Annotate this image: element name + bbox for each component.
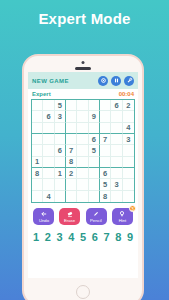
difficulty-label: Expert bbox=[32, 91, 51, 97]
phone-screen: NEW GAME Expert 00:04 562639467367518812… bbox=[28, 72, 138, 278]
cell-r8c6[interactable] bbox=[89, 179, 100, 190]
cell-r1c4[interactable] bbox=[66, 100, 77, 111]
cell-r2c2[interactable]: 6 bbox=[43, 111, 54, 122]
undo-button[interactable]: Undo bbox=[33, 208, 54, 225]
cell-r8c5[interactable] bbox=[77, 179, 88, 190]
cell-r8c7[interactable]: 5 bbox=[100, 179, 111, 190]
cell-r3c2[interactable] bbox=[43, 123, 54, 134]
cell-r8c9[interactable] bbox=[123, 179, 134, 190]
number-key-4[interactable]: 4 bbox=[68, 231, 74, 243]
cell-r9c4[interactable] bbox=[66, 191, 77, 202]
cell-r6c8[interactable] bbox=[111, 157, 122, 168]
cell-r6c1[interactable]: 1 bbox=[32, 157, 43, 168]
number-key-6[interactable]: 6 bbox=[92, 231, 98, 243]
cell-r3c8[interactable] bbox=[111, 123, 122, 134]
cell-r7c6[interactable] bbox=[89, 168, 100, 179]
app-header: NEW GAME bbox=[28, 72, 138, 89]
cell-r3c6[interactable] bbox=[89, 123, 100, 134]
cell-r8c8[interactable]: 3 bbox=[111, 179, 122, 190]
cell-r5c8[interactable] bbox=[111, 145, 122, 156]
cell-r4c5[interactable] bbox=[77, 134, 88, 145]
number-key-7[interactable]: 7 bbox=[103, 231, 109, 243]
settings-button[interactable] bbox=[98, 76, 108, 86]
action-label: Erase bbox=[64, 218, 75, 222]
cell-r6c7[interactable] bbox=[100, 157, 111, 168]
cell-r3c7[interactable] bbox=[100, 123, 111, 134]
theme-button[interactable] bbox=[124, 76, 134, 86]
cell-r7c9[interactable] bbox=[123, 168, 134, 179]
sudoku-board[interactable]: 56263946736751881265348 bbox=[31, 99, 135, 203]
pencil-button[interactable]: Pencil bbox=[86, 208, 107, 225]
cell-r1c8[interactable]: 6 bbox=[111, 100, 122, 111]
gear-icon bbox=[100, 77, 107, 84]
cell-r4c7[interactable]: 7 bbox=[100, 134, 111, 145]
home-button[interactable] bbox=[76, 285, 90, 299]
cell-r2c6[interactable]: 9 bbox=[89, 111, 100, 122]
action-label: Pencil bbox=[90, 218, 102, 222]
cell-r4c4[interactable] bbox=[66, 134, 77, 145]
wrench-icon bbox=[126, 77, 133, 84]
cell-r8c1[interactable] bbox=[32, 179, 43, 190]
status-row: Expert 00:04 bbox=[28, 89, 138, 99]
cell-r5c2[interactable] bbox=[43, 145, 54, 156]
cell-r5c1[interactable] bbox=[32, 145, 43, 156]
cell-r2c5[interactable] bbox=[77, 111, 88, 122]
cell-r5c3[interactable]: 6 bbox=[55, 145, 66, 156]
cell-r7c8[interactable] bbox=[111, 168, 122, 179]
number-key-1[interactable]: 1 bbox=[33, 231, 39, 243]
cell-r9c5[interactable] bbox=[77, 191, 88, 202]
cell-r2c4[interactable] bbox=[66, 111, 77, 122]
number-key-2[interactable]: 2 bbox=[45, 231, 51, 243]
cell-r6c5[interactable] bbox=[77, 157, 88, 168]
cell-r8c3[interactable] bbox=[55, 179, 66, 190]
cell-r9c1[interactable] bbox=[32, 191, 43, 202]
action-label: Hint bbox=[119, 218, 127, 222]
timer: 00:04 bbox=[119, 91, 134, 97]
pause-icon bbox=[113, 77, 120, 84]
cell-r2c9[interactable] bbox=[123, 111, 134, 122]
cell-r4c3[interactable] bbox=[55, 134, 66, 145]
cell-r6c2[interactable] bbox=[43, 157, 54, 168]
action-label: Undo bbox=[38, 218, 48, 222]
cell-r4c6[interactable]: 6 bbox=[89, 134, 100, 145]
cell-r5c7[interactable] bbox=[100, 145, 111, 156]
cell-r3c4[interactable] bbox=[66, 123, 77, 134]
cell-r9c3[interactable] bbox=[55, 191, 66, 202]
cell-r9c8[interactable] bbox=[111, 191, 122, 202]
cell-r4c9[interactable]: 3 bbox=[123, 134, 134, 145]
cell-r7c5[interactable] bbox=[77, 168, 88, 179]
hint-count-badge: 3 bbox=[129, 205, 136, 212]
number-key-3[interactable]: 3 bbox=[56, 231, 62, 243]
cell-r2c1[interactable] bbox=[32, 111, 43, 122]
cell-r7c1[interactable]: 8 bbox=[32, 168, 43, 179]
number-key-8[interactable]: 8 bbox=[115, 231, 121, 243]
app-title: NEW GAME bbox=[32, 78, 69, 84]
number-key-9[interactable]: 9 bbox=[127, 231, 133, 243]
cell-r9c9[interactable] bbox=[123, 191, 134, 202]
cell-r7c7[interactable]: 6 bbox=[100, 168, 111, 179]
cell-r7c4[interactable]: 2 bbox=[66, 168, 77, 179]
number-key-5[interactable]: 5 bbox=[80, 231, 86, 243]
cell-r3c5[interactable] bbox=[77, 123, 88, 134]
cell-r4c2[interactable] bbox=[43, 134, 54, 145]
cell-r9c2[interactable]: 4 bbox=[43, 191, 54, 202]
cell-r7c2[interactable] bbox=[43, 168, 54, 179]
cell-r4c1[interactable] bbox=[32, 134, 43, 145]
cell-r2c7[interactable] bbox=[100, 111, 111, 122]
cell-r9c7[interactable]: 8 bbox=[100, 191, 111, 202]
cell-r3c9[interactable]: 4 bbox=[123, 123, 134, 134]
cell-r1c1[interactable] bbox=[32, 100, 43, 111]
speaker-slot bbox=[75, 67, 91, 70]
action-bar: UndoErasePencilHint3 bbox=[28, 203, 138, 225]
cell-r5c6[interactable]: 5 bbox=[89, 145, 100, 156]
cell-r5c4[interactable]: 7 bbox=[66, 145, 77, 156]
cell-r6c3[interactable] bbox=[55, 157, 66, 168]
cell-r2c8[interactable] bbox=[111, 111, 122, 122]
pause-button[interactable] bbox=[111, 76, 121, 86]
cell-r6c9[interactable] bbox=[123, 157, 134, 168]
cell-r1c7[interactable] bbox=[100, 100, 111, 111]
cell-r3c1[interactable] bbox=[32, 123, 43, 134]
cell-r1c9[interactable]: 2 bbox=[123, 100, 134, 111]
phone-mockup: NEW GAME Expert 00:04 562639467367518812… bbox=[22, 54, 144, 300]
cell-r4c8[interactable] bbox=[111, 134, 122, 145]
cell-r8c2[interactable] bbox=[43, 179, 54, 190]
app-background: Expert Mode NEW GAME Expert 00:04 562639… bbox=[0, 0, 169, 300]
cell-r1c5[interactable] bbox=[77, 100, 88, 111]
number-pad: 123456789 bbox=[28, 225, 138, 243]
cell-r5c5[interactable] bbox=[77, 145, 88, 156]
cell-r6c4[interactable]: 8 bbox=[66, 157, 77, 168]
cell-r2c3[interactable]: 3 bbox=[55, 111, 66, 122]
erase-button[interactable]: Erase bbox=[59, 208, 80, 225]
header-buttons bbox=[95, 76, 134, 86]
cell-r5c9[interactable] bbox=[123, 145, 134, 156]
hint-button[interactable]: Hint3 bbox=[112, 208, 133, 225]
cell-r9c6[interactable] bbox=[89, 191, 100, 202]
camera-icon bbox=[82, 61, 85, 64]
cell-r1c3[interactable]: 5 bbox=[55, 100, 66, 111]
cell-r1c6[interactable] bbox=[89, 100, 100, 111]
cell-r8c4[interactable] bbox=[66, 179, 77, 190]
cell-r3c3[interactable] bbox=[55, 123, 66, 134]
cell-r1c2[interactable] bbox=[43, 100, 54, 111]
cell-r6c6[interactable] bbox=[89, 157, 100, 168]
page-title: Expert Mode bbox=[0, 10, 169, 27]
cell-r7c3[interactable]: 1 bbox=[55, 168, 66, 179]
